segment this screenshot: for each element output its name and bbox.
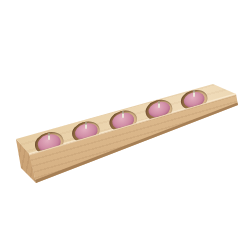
candle-wick (85, 122, 87, 129)
tealight-holder-board (0, 0, 250, 250)
product-photo (0, 0, 250, 250)
candle-wick (48, 133, 50, 140)
candle-wick (193, 90, 195, 97)
candle-wick (158, 101, 160, 108)
candle-wick (122, 111, 124, 118)
candles-layer (0, 0, 250, 250)
